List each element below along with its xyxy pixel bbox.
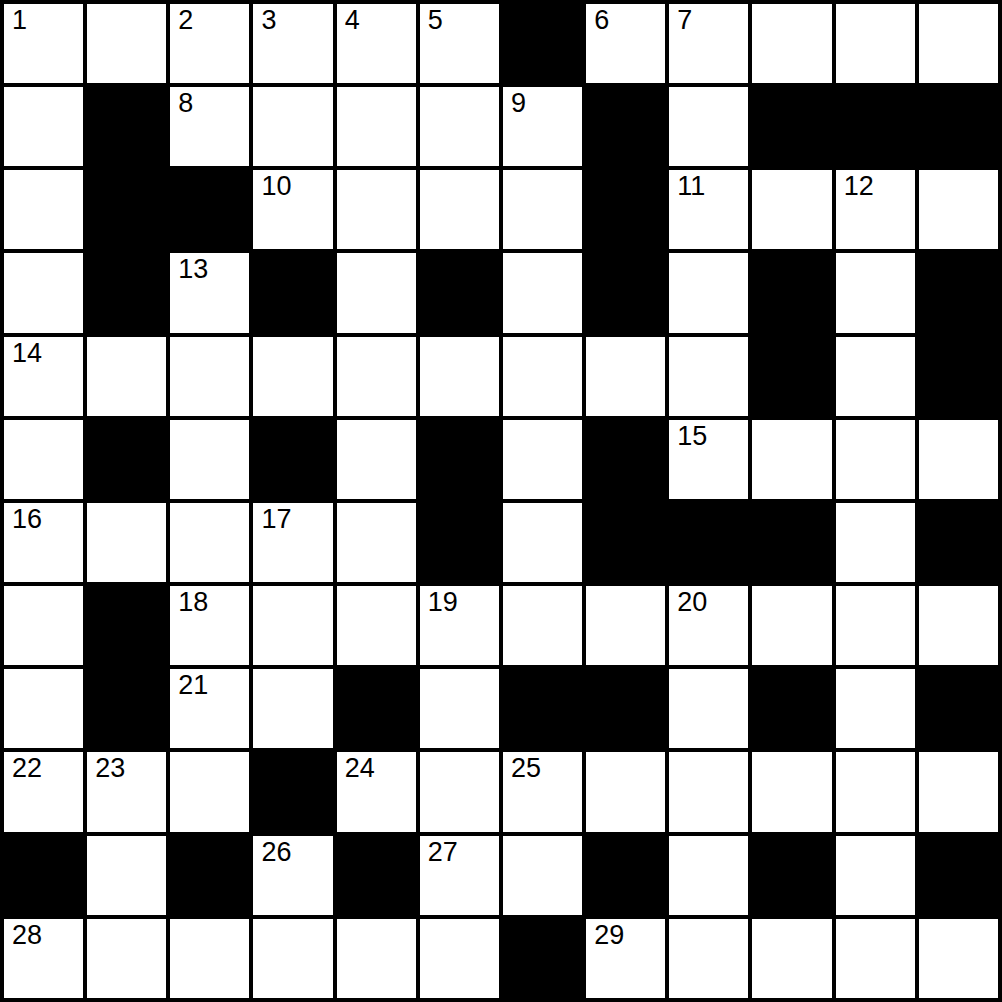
grid-cell[interactable]: 13 (170, 253, 249, 332)
grid-cell[interactable] (919, 420, 998, 499)
grid-cell[interactable]: 6 (586, 4, 665, 83)
clue-number: 15 (677, 423, 707, 450)
grid-cell[interactable]: 4 (337, 4, 416, 83)
block-cell (586, 836, 665, 915)
clue-number: 26 (261, 839, 291, 866)
block-cell (503, 919, 582, 998)
grid-cell[interactable] (420, 170, 499, 249)
grid-cell[interactable] (836, 669, 915, 748)
grid-cell[interactable] (836, 503, 915, 582)
grid-cell[interactable]: 19 (420, 586, 499, 665)
grid-cell[interactable]: 11 (669, 170, 748, 249)
grid-cell[interactable]: 7 (669, 4, 748, 83)
clue-number: 27 (428, 839, 458, 866)
grid-cell[interactable] (4, 669, 83, 748)
clue-number: 22 (12, 755, 42, 782)
grid-cell[interactable] (669, 669, 748, 748)
grid-cell[interactable] (919, 4, 998, 83)
clue-number: 28 (12, 922, 42, 949)
block-cell (586, 87, 665, 166)
grid-cell[interactable] (420, 669, 499, 748)
grid-cell[interactable] (836, 253, 915, 332)
block-cell (836, 87, 915, 166)
grid-cell[interactable]: 20 (669, 586, 748, 665)
grid-cell[interactable] (836, 4, 915, 83)
grid-cell[interactable] (919, 170, 998, 249)
block-cell (87, 669, 166, 748)
block-cell (669, 503, 748, 582)
block-cell (752, 253, 831, 332)
grid-cell[interactable] (420, 337, 499, 416)
block-cell (87, 420, 166, 499)
clue-number: 18 (178, 589, 208, 616)
grid-cell[interactable] (836, 752, 915, 831)
grid-cell[interactable]: 3 (253, 4, 332, 83)
block-cell (170, 836, 249, 915)
grid-cell[interactable] (337, 503, 416, 582)
block-cell (87, 87, 166, 166)
grid-cell[interactable] (669, 337, 748, 416)
block-cell (752, 669, 831, 748)
block-cell (170, 170, 249, 249)
block-cell (586, 503, 665, 582)
grid-cell[interactable] (669, 836, 748, 915)
grid-cell[interactable] (586, 586, 665, 665)
grid-cell[interactable] (87, 503, 166, 582)
grid-cell[interactable] (586, 337, 665, 416)
grid-cell[interactable] (503, 253, 582, 332)
grid-cell[interactable] (836, 586, 915, 665)
block-cell (919, 836, 998, 915)
grid-cell[interactable] (836, 919, 915, 998)
grid-cell[interactable] (836, 836, 915, 915)
grid-cell[interactable]: 2 (170, 4, 249, 83)
clue-number: 7 (677, 7, 692, 34)
block-cell (752, 836, 831, 915)
grid-cell[interactable]: 22 (4, 752, 83, 831)
grid-cell[interactable] (87, 919, 166, 998)
grid-cell[interactable] (337, 337, 416, 416)
grid-cell[interactable]: 17 (253, 503, 332, 582)
block-cell (586, 669, 665, 748)
grid-cell[interactable] (337, 87, 416, 166)
block-cell (752, 337, 831, 416)
block-cell (586, 253, 665, 332)
grid-cell[interactable] (752, 420, 831, 499)
clue-number: 11 (677, 173, 705, 200)
block-cell (919, 253, 998, 332)
block-cell (337, 669, 416, 748)
grid-cell[interactable] (337, 420, 416, 499)
grid-cell[interactable] (4, 420, 83, 499)
grid-cell[interactable] (170, 503, 249, 582)
block-cell (4, 836, 83, 915)
grid-cell[interactable] (503, 337, 582, 416)
grid-cell[interactable] (669, 752, 748, 831)
crossword-board: 1234567891011121314151617181920212223242… (0, 0, 1002, 1002)
block-cell (752, 87, 831, 166)
grid-cell[interactable] (170, 752, 249, 831)
grid-cell[interactable] (337, 919, 416, 998)
clue-number: 13 (178, 256, 208, 283)
grid-cell[interactable]: 8 (170, 87, 249, 166)
grid-cell[interactable] (752, 170, 831, 249)
grid-cell[interactable]: 25 (503, 752, 582, 831)
grid-cell[interactable] (253, 919, 332, 998)
grid-cell[interactable]: 23 (87, 752, 166, 831)
block-cell (503, 4, 582, 83)
grid-cell[interactable] (836, 337, 915, 416)
clue-number: 2 (178, 7, 193, 34)
clue-number: 8 (178, 90, 193, 117)
grid-cell[interactable] (503, 586, 582, 665)
block-cell (420, 420, 499, 499)
grid-cell[interactable] (4, 586, 83, 665)
block-cell (919, 669, 998, 748)
grid-cell[interactable]: 21 (170, 669, 249, 748)
grid-cell[interactable] (503, 170, 582, 249)
grid-cell[interactable] (503, 420, 582, 499)
grid-cell[interactable] (919, 752, 998, 831)
clue-number: 4 (345, 7, 360, 34)
grid-cell[interactable] (170, 420, 249, 499)
grid-cell[interactable] (337, 253, 416, 332)
clue-number: 24 (345, 755, 375, 782)
clue-number: 9 (511, 90, 526, 117)
grid-cell[interactable] (586, 752, 665, 831)
clue-number: 12 (844, 173, 874, 200)
grid-cell[interactable] (919, 919, 998, 998)
grid-cell[interactable] (836, 420, 915, 499)
block-cell (87, 170, 166, 249)
block-cell (253, 420, 332, 499)
grid-cell[interactable] (4, 253, 83, 332)
grid-cell[interactable] (669, 87, 748, 166)
grid-cell[interactable] (420, 919, 499, 998)
grid-cell[interactable]: 10 (253, 170, 332, 249)
grid-cell[interactable] (170, 919, 249, 998)
clue-number: 14 (12, 340, 42, 367)
clue-number: 19 (428, 589, 458, 616)
grid-cell[interactable] (337, 586, 416, 665)
grid-cell[interactable] (919, 586, 998, 665)
clue-number: 10 (261, 173, 291, 200)
clue-number: 17 (261, 506, 291, 533)
grid-cell[interactable] (87, 4, 166, 83)
clue-number: 3 (261, 7, 276, 34)
clue-number: 25 (511, 755, 541, 782)
block-cell (586, 170, 665, 249)
grid-cell[interactable] (253, 87, 332, 166)
grid-cell[interactable]: 12 (836, 170, 915, 249)
grid-cell[interactable] (87, 836, 166, 915)
grid-cell[interactable]: 26 (253, 836, 332, 915)
grid-cell[interactable] (752, 919, 831, 998)
grid-cell[interactable]: 1 (4, 4, 83, 83)
grid-cell[interactable] (669, 253, 748, 332)
block-cell (420, 253, 499, 332)
grid-cell[interactable] (337, 170, 416, 249)
grid-cell[interactable]: 15 (669, 420, 748, 499)
grid-cell[interactable] (253, 337, 332, 416)
grid-cell[interactable]: 18 (170, 586, 249, 665)
grid-cell[interactable] (669, 919, 748, 998)
grid-cell[interactable] (420, 87, 499, 166)
grid-cell[interactable] (4, 170, 83, 249)
clue-number: 20 (677, 589, 707, 616)
clue-number: 6 (594, 7, 609, 34)
block-cell (919, 87, 998, 166)
grid-cell[interactable]: 27 (420, 836, 499, 915)
grid-cell[interactable] (4, 87, 83, 166)
grid-cell[interactable] (752, 586, 831, 665)
block-cell (503, 669, 582, 748)
grid-cell[interactable] (420, 752, 499, 831)
block-cell (253, 752, 332, 831)
grid-cell[interactable] (87, 337, 166, 416)
grid-cell[interactable] (253, 586, 332, 665)
block-cell (752, 503, 831, 582)
clue-number: 29 (594, 922, 624, 949)
block-cell (337, 836, 416, 915)
grid-cell[interactable]: 14 (4, 337, 83, 416)
grid-cell[interactable]: 9 (503, 87, 582, 166)
clue-number: 1 (12, 7, 27, 34)
grid-cell[interactable] (752, 752, 831, 831)
grid-cell[interactable] (752, 4, 831, 83)
grid-cell[interactable] (503, 836, 582, 915)
clue-number: 23 (95, 755, 125, 782)
block-cell (420, 503, 499, 582)
grid-cell[interactable] (170, 337, 249, 416)
block-cell (919, 503, 998, 582)
grid-cell[interactable] (503, 503, 582, 582)
block-cell (87, 253, 166, 332)
clue-number: 21 (178, 672, 208, 699)
grid-cell[interactable]: 29 (586, 919, 665, 998)
clue-number: 5 (428, 7, 443, 34)
grid-cell[interactable] (253, 669, 332, 748)
block-cell (87, 586, 166, 665)
grid-cell[interactable]: 16 (4, 503, 83, 582)
grid-cell[interactable]: 5 (420, 4, 499, 83)
grid-cell[interactable]: 24 (337, 752, 416, 831)
grid-cell[interactable]: 28 (4, 919, 83, 998)
block-cell (586, 420, 665, 499)
block-cell (919, 337, 998, 416)
clue-number: 16 (12, 506, 42, 533)
block-cell (253, 253, 332, 332)
